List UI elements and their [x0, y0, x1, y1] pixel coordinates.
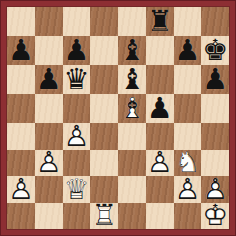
black-pawn[interactable]: ♟: [201, 65, 229, 94]
square-b2[interactable]: [35, 176, 63, 203]
square-g2[interactable]: ♟♙: [174, 176, 202, 203]
square-b8[interactable]: [35, 7, 63, 36]
black-rook[interactable]: ♜: [146, 7, 174, 36]
square-f3[interactable]: ♟♙: [146, 150, 174, 177]
square-f7[interactable]: [146, 36, 174, 65]
piece-outline-glyph: ♙: [7, 176, 35, 203]
square-g6[interactable]: [174, 65, 202, 94]
black-pawn[interactable]: ♟: [146, 94, 174, 123]
square-h1[interactable]: ♚♔: [201, 203, 229, 230]
square-c7[interactable]: ♟: [63, 36, 91, 65]
black-bishop[interactable]: ♝: [118, 36, 146, 65]
black-queen[interactable]: ♛: [63, 65, 91, 94]
square-h4[interactable]: [201, 123, 229, 150]
square-b3[interactable]: ♟♙: [35, 150, 63, 177]
square-f5[interactable]: ♟: [146, 94, 174, 123]
piece-outline-glyph: ♔: [201, 203, 229, 230]
square-e2[interactable]: [118, 176, 146, 203]
square-d4[interactable]: [90, 123, 118, 150]
square-b1[interactable]: [35, 203, 63, 230]
square-h7[interactable]: ♚: [201, 36, 229, 65]
black-bishop[interactable]: ♝: [118, 65, 146, 94]
black-king[interactable]: ♚: [201, 36, 229, 65]
square-h6[interactable]: ♟: [201, 65, 229, 94]
square-h8[interactable]: [201, 7, 229, 36]
square-a7[interactable]: ♟: [7, 36, 35, 65]
black-pawn[interactable]: ♟: [35, 65, 63, 94]
white-rook[interactable]: ♜♖: [90, 203, 118, 230]
square-f1[interactable]: [146, 203, 174, 230]
square-g8[interactable]: [174, 7, 202, 36]
piece-outline-glyph: ♙: [146, 150, 174, 177]
white-pawn[interactable]: ♟♙: [146, 150, 174, 177]
white-queen[interactable]: ♛♕: [63, 176, 91, 203]
square-a6[interactable]: [7, 65, 35, 94]
square-e6[interactable]: ♝: [118, 65, 146, 94]
piece-outline-glyph: ♕: [63, 176, 91, 203]
square-c8[interactable]: [63, 7, 91, 36]
piece-outline-glyph: ♙: [35, 150, 63, 177]
piece-outline-glyph: ♙: [63, 123, 91, 150]
black-pawn[interactable]: ♟: [7, 36, 35, 65]
square-d5[interactable]: [90, 94, 118, 123]
square-e4[interactable]: [118, 123, 146, 150]
piece-outline-glyph: ♗: [118, 94, 146, 123]
square-b5[interactable]: [35, 94, 63, 123]
piece-outline-glyph: ♙: [174, 176, 202, 203]
square-d7[interactable]: [90, 36, 118, 65]
square-e8[interactable]: [118, 7, 146, 36]
square-f8[interactable]: ♜: [146, 7, 174, 36]
square-f2[interactable]: [146, 176, 174, 203]
square-a2[interactable]: ♟♙: [7, 176, 35, 203]
square-c2[interactable]: ♛♕: [63, 176, 91, 203]
white-pawn[interactable]: ♟♙: [63, 123, 91, 150]
white-king[interactable]: ♚♔: [201, 203, 229, 230]
square-a1[interactable]: [7, 203, 35, 230]
square-e7[interactable]: ♝: [118, 36, 146, 65]
square-a4[interactable]: [7, 123, 35, 150]
square-f6[interactable]: [146, 65, 174, 94]
black-pawn[interactable]: ♟: [63, 36, 91, 65]
white-pawn[interactable]: ♟♙: [7, 176, 35, 203]
square-a5[interactable]: [7, 94, 35, 123]
piece-outline-glyph: ♖: [90, 203, 118, 230]
square-e1[interactable]: [118, 203, 146, 230]
square-b7[interactable]: [35, 36, 63, 65]
square-g1[interactable]: [174, 203, 202, 230]
square-d8[interactable]: [90, 7, 118, 36]
square-b6[interactable]: ♟: [35, 65, 63, 94]
white-pawn[interactable]: ♟♙: [35, 150, 63, 177]
square-d1[interactable]: ♜♖: [90, 203, 118, 230]
square-c4[interactable]: ♟♙: [63, 123, 91, 150]
square-g7[interactable]: ♟: [174, 36, 202, 65]
chess-board: ♜♟♟♝♟♚♟♛♝♟♝♗♟♟♙♟♙♟♙♞♘♟♙♛♕♟♙♟♙♜♖♚♔: [7, 7, 229, 229]
square-c6[interactable]: ♛: [63, 65, 91, 94]
chess-board-frame: ♜♟♟♝♟♚♟♛♝♟♝♗♟♟♙♟♙♟♙♞♘♟♙♛♕♟♙♟♙♜♖♚♔: [0, 0, 236, 236]
square-e3[interactable]: [118, 150, 146, 177]
white-bishop[interactable]: ♝♗: [118, 94, 146, 123]
black-pawn[interactable]: ♟: [174, 36, 202, 65]
square-h5[interactable]: [201, 94, 229, 123]
square-e5[interactable]: ♝♗: [118, 94, 146, 123]
square-d6[interactable]: [90, 65, 118, 94]
square-g5[interactable]: [174, 94, 202, 123]
square-c1[interactable]: [63, 203, 91, 230]
white-pawn[interactable]: ♟♙: [174, 176, 202, 203]
square-a8[interactable]: [7, 7, 35, 36]
square-d3[interactable]: [90, 150, 118, 177]
